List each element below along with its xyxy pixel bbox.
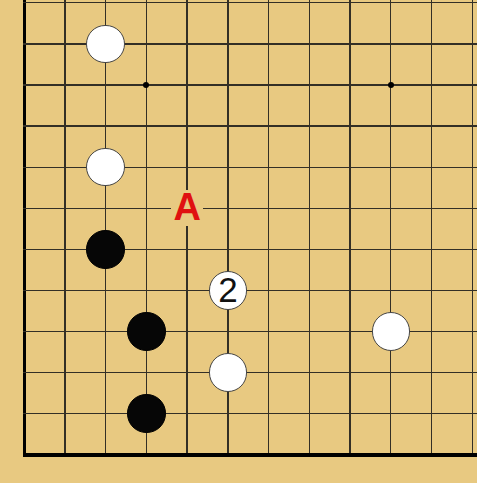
white-stone [209, 353, 248, 392]
black-stone [86, 230, 125, 269]
black-stone [127, 394, 166, 433]
white-stone-F3 [208, 352, 249, 393]
board-grid: 2A [4, 0, 477, 475]
white-stone-C11 [85, 23, 126, 64]
white-stone: 2 [209, 271, 248, 310]
star-point-D10 [126, 64, 167, 105]
star-point-K10 [370, 64, 411, 105]
white-stone [86, 25, 125, 64]
black-stone-C6 [85, 229, 126, 270]
move-number-label: 2 [218, 272, 237, 307]
white-stone-K4 [370, 311, 411, 352]
black-stone [127, 312, 166, 351]
black-stone-D2 [126, 393, 167, 434]
point-label-text: A [171, 190, 202, 226]
white-stone [86, 148, 125, 187]
white-stone-C8 [85, 147, 126, 188]
star-point-dot [143, 82, 149, 88]
star-point-dot [388, 82, 394, 88]
point-label-E7[interactable]: A [167, 188, 208, 229]
white-stone-F5: 2 [208, 270, 249, 311]
go-diagram: 2A [0, 0, 477, 483]
white-stone [372, 312, 411, 351]
go-board[interactable]: 2A [0, 0, 477, 483]
black-stone-D4 [126, 311, 167, 352]
